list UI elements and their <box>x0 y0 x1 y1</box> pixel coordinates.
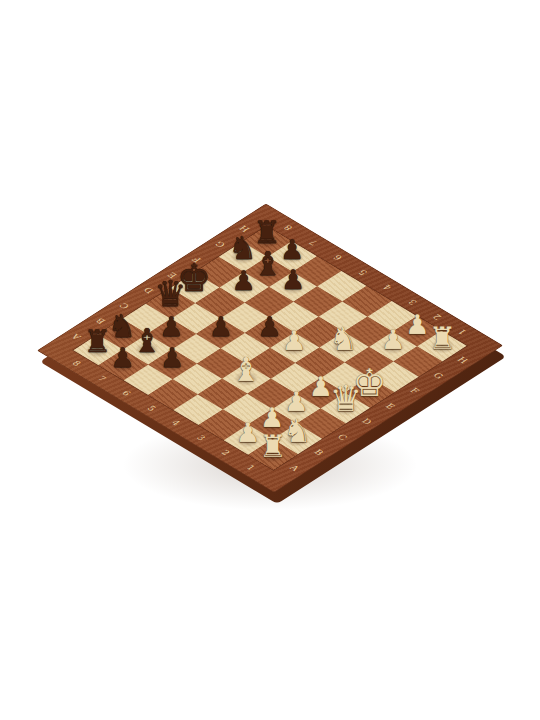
black-pawn-f7: ♟ <box>232 267 256 294</box>
white-queen-d1: ♛ <box>329 381 361 417</box>
black-rook-a8: ♜ <box>84 326 112 357</box>
black-pawn-e5: ♟ <box>257 312 281 339</box>
white-rook-a1: ♜ <box>259 431 287 462</box>
black-pawn-g6: ♟ <box>281 266 305 293</box>
black-pawn-a7: ♟ <box>111 344 135 371</box>
white-rook-h1: ♜ <box>428 323 456 354</box>
white-knight-b1: ♞ <box>283 415 312 447</box>
black-pawn-d6: ♟ <box>208 313 232 340</box>
black-bishop-g7: ♝ <box>253 247 283 280</box>
white-bishop-c4: ♝ <box>231 354 261 387</box>
black-pawn-h7: ♟ <box>280 236 304 263</box>
white-pawn-g2: ♟ <box>381 326 405 353</box>
product-photo-page: ♜♞♛♚♞♜♟♝♟♟♝♟♟♟♟♟♝♟♞♟♟♟♟♟♟♜♞♛♚♜ ABCDEFGH … <box>0 0 540 720</box>
white-knight-f3: ♞ <box>329 323 358 355</box>
black-pawn-c7: ♟ <box>159 313 183 340</box>
black-queen-d8: ♛ <box>154 276 186 312</box>
white-pawn-b2: ♟ <box>260 404 284 431</box>
white-pawn-h2: ♟ <box>405 311 429 338</box>
white-pawn-a2: ♟ <box>236 419 260 446</box>
black-bishop-b7: ♝ <box>132 324 162 357</box>
white-pawn-e4: ♟ <box>282 327 306 354</box>
black-pawn-b6: ♟ <box>160 344 184 371</box>
